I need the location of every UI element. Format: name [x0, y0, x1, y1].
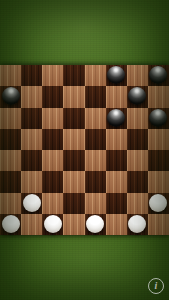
board-square[interactable] — [63, 171, 84, 192]
black-piece[interactable]: ● — [149, 109, 167, 127]
board-square[interactable] — [63, 129, 84, 150]
white-piece[interactable]: ○ — [2, 215, 20, 233]
board-square[interactable] — [106, 214, 127, 235]
board-square[interactable] — [21, 171, 42, 192]
board-square[interactable] — [85, 171, 106, 192]
board-square[interactable] — [0, 108, 21, 129]
checkers-board: ●●●●●●○○○○○○ — [0, 65, 169, 235]
board-square[interactable] — [63, 108, 84, 129]
board-square[interactable] — [42, 150, 63, 171]
board-square[interactable] — [63, 150, 84, 171]
board-square[interactable]: ● — [106, 65, 127, 86]
board-square[interactable] — [148, 129, 169, 150]
board-square[interactable] — [0, 193, 21, 214]
board-square[interactable] — [42, 86, 63, 107]
board-square[interactable] — [127, 129, 148, 150]
board-square[interactable] — [148, 214, 169, 235]
black-piece[interactable]: ● — [107, 109, 125, 127]
board-square[interactable] — [0, 171, 21, 192]
board-square[interactable] — [63, 65, 84, 86]
board-square[interactable] — [148, 86, 169, 107]
board-square[interactable] — [148, 171, 169, 192]
board-square[interactable] — [106, 129, 127, 150]
board-square[interactable] — [42, 65, 63, 86]
board-square[interactable] — [127, 108, 148, 129]
black-piece[interactable]: ● — [128, 87, 146, 105]
board-square[interactable] — [21, 150, 42, 171]
board-square[interactable]: ● — [106, 108, 127, 129]
black-piece[interactable]: ● — [2, 87, 20, 105]
board-square[interactable] — [85, 150, 106, 171]
board-square[interactable] — [85, 193, 106, 214]
white-piece[interactable]: ○ — [149, 194, 167, 212]
white-piece[interactable]: ○ — [44, 215, 62, 233]
board-square[interactable]: ○ — [0, 214, 21, 235]
board-square[interactable]: ● — [148, 65, 169, 86]
board-square[interactable] — [127, 150, 148, 171]
white-piece[interactable]: ○ — [86, 215, 104, 233]
white-piece[interactable]: ○ — [128, 215, 146, 233]
board-square[interactable]: ○ — [85, 214, 106, 235]
board-square[interactable] — [21, 108, 42, 129]
board-square[interactable]: ○ — [42, 214, 63, 235]
black-piece[interactable]: ● — [107, 66, 125, 84]
board-square[interactable] — [0, 150, 21, 171]
board-square[interactable] — [127, 65, 148, 86]
board-square[interactable] — [63, 214, 84, 235]
board-square[interactable] — [21, 65, 42, 86]
board-square[interactable] — [85, 108, 106, 129]
info-button[interactable]: i — [148, 278, 164, 294]
board-square[interactable] — [106, 171, 127, 192]
board-square[interactable]: ○ — [148, 193, 169, 214]
board-square[interactable] — [127, 171, 148, 192]
board-square[interactable] — [63, 193, 84, 214]
board-square[interactable]: ○ — [127, 214, 148, 235]
board-square[interactable] — [21, 129, 42, 150]
board-square[interactable] — [85, 65, 106, 86]
board-square[interactable] — [21, 214, 42, 235]
black-piece[interactable]: ● — [149, 66, 167, 84]
board-square[interactable]: ● — [0, 86, 21, 107]
board-square[interactable] — [106, 193, 127, 214]
board-square[interactable] — [148, 150, 169, 171]
board-square[interactable] — [106, 86, 127, 107]
app-background: ●●●●●●○○○○○○ i — [0, 0, 169, 300]
board-square[interactable] — [0, 129, 21, 150]
board-square[interactable]: ○ — [21, 193, 42, 214]
board-square[interactable] — [42, 171, 63, 192]
board-square[interactable] — [42, 108, 63, 129]
board-square[interactable] — [0, 65, 21, 86]
board-square[interactable] — [42, 129, 63, 150]
board-square[interactable]: ● — [127, 86, 148, 107]
board-square[interactable] — [127, 193, 148, 214]
board-square[interactable] — [106, 150, 127, 171]
board-square[interactable] — [42, 193, 63, 214]
white-piece[interactable]: ○ — [23, 194, 41, 212]
board-square[interactable] — [21, 86, 42, 107]
board-square[interactable] — [85, 129, 106, 150]
board-square[interactable] — [85, 86, 106, 107]
board-square[interactable]: ● — [148, 108, 169, 129]
board-square[interactable] — [63, 86, 84, 107]
info-icon: i — [155, 281, 158, 291]
